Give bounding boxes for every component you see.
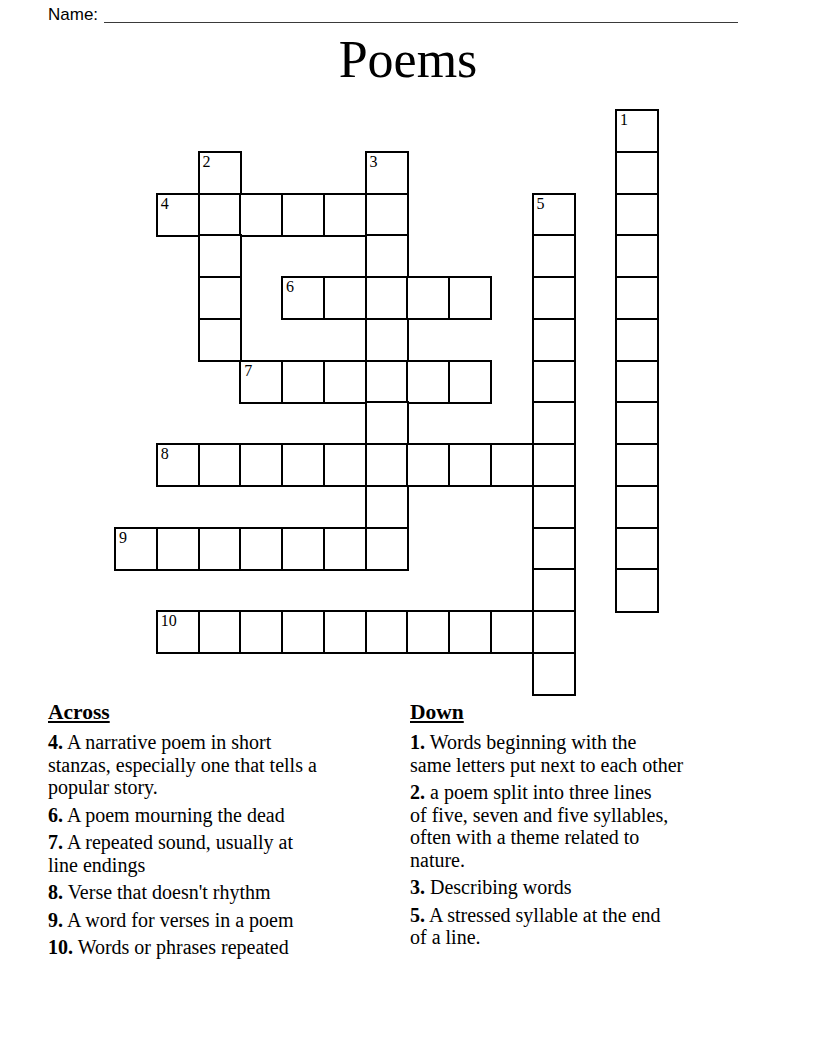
cell-number-2: 2 (203, 154, 211, 170)
clue-number: 1. (410, 731, 425, 753)
puzzle-title: Poems (0, 30, 816, 90)
cell-number-7: 7 (244, 363, 252, 379)
grid-cell-r12c10[interactable] (532, 610, 576, 654)
grid-cell-r1c12[interactable] (615, 151, 659, 195)
grid-cell-r6c8[interactable] (448, 360, 492, 404)
clue-number: 6. (48, 804, 63, 826)
clue-down-2: 2. a poem split into three lines of five… (410, 781, 772, 871)
grid-cell-r4c6[interactable] (365, 276, 409, 320)
cell-number-5: 5 (537, 196, 545, 212)
grid-cell-r9c10[interactable] (532, 485, 576, 529)
clue-across-10: 10. Words or phrases repeated (48, 936, 410, 959)
grid-cell-r8c7[interactable] (406, 443, 450, 487)
grid-cell-r13c10[interactable] (532, 652, 576, 696)
grid-cell-r6c7[interactable] (406, 360, 450, 404)
grid-cell-r12c3[interactable] (239, 610, 283, 654)
grid-cell-r12c8[interactable] (448, 610, 492, 654)
grid-cell-r12c2[interactable] (198, 610, 242, 654)
across-clues-section: Across 4. A narrative poem in short stan… (48, 700, 410, 964)
grid-cell-r2c6[interactable] (365, 193, 409, 237)
grid-cell-r2c4[interactable] (281, 193, 325, 237)
grid-cell-r8c3[interactable] (239, 443, 283, 487)
name-fill-line[interactable] (104, 8, 738, 23)
grid-cell-r8c9[interactable] (490, 443, 534, 487)
cell-number-4: 4 (161, 196, 169, 212)
grid-cell-r8c12[interactable] (615, 443, 659, 487)
grid-cell-r4c10[interactable] (532, 276, 576, 320)
grid-cell-r12c1[interactable]: 10 (156, 610, 200, 654)
clue-number: 2. (410, 781, 425, 803)
clue-down-3: 3. Describing words (410, 876, 772, 899)
grid-cell-r6c3[interactable]: 7 (239, 360, 283, 404)
grid-cell-r2c3[interactable] (239, 193, 283, 237)
down-clues-section: Down 1. Words beginning with the same le… (410, 700, 772, 954)
grid-cell-r3c10[interactable] (532, 234, 576, 278)
cell-number-6: 6 (286, 279, 294, 295)
grid-cell-r2c10[interactable]: 5 (532, 193, 576, 237)
grid-cell-r1c2[interactable]: 2 (198, 151, 242, 195)
grid-cell-r4c2[interactable] (198, 276, 242, 320)
grid-cell-r10c10[interactable] (532, 527, 576, 571)
down-heading: Down (410, 700, 772, 725)
grid-cell-r7c10[interactable] (532, 401, 576, 445)
grid-cell-r10c3[interactable] (239, 527, 283, 571)
cell-number-9: 9 (119, 530, 127, 546)
grid-cell-r2c5[interactable] (323, 193, 367, 237)
grid-cell-r6c6[interactable] (365, 360, 409, 404)
grid-cell-r8c1[interactable]: 8 (156, 443, 200, 487)
clue-number: 4. (48, 731, 63, 753)
grid-cell-r8c10[interactable] (532, 443, 576, 487)
grid-cell-r12c7[interactable] (406, 610, 450, 654)
grid-cell-r10c6[interactable] (365, 527, 409, 571)
across-heading: Across (48, 700, 410, 725)
grid-cell-r8c6[interactable] (365, 443, 409, 487)
grid-cell-r10c0[interactable]: 9 (114, 527, 158, 571)
grid-cell-r5c2[interactable] (198, 318, 242, 362)
grid-cell-r2c1[interactable]: 4 (156, 193, 200, 237)
grid-cell-r10c4[interactable] (281, 527, 325, 571)
cell-number-3: 3 (370, 154, 378, 170)
grid-cell-r12c9[interactable] (490, 610, 534, 654)
grid-cell-r4c5[interactable] (323, 276, 367, 320)
name-header: Name: (48, 5, 738, 25)
grid-cell-r11c12[interactable] (615, 568, 659, 612)
grid-cell-r5c6[interactable] (365, 318, 409, 362)
grid-cell-r5c10[interactable] (532, 318, 576, 362)
grid-cell-r2c12[interactable] (615, 193, 659, 237)
crossword-grid: 12345678910 (114, 109, 660, 697)
grid-cell-r9c6[interactable] (365, 485, 409, 529)
clue-number: 10. (48, 936, 73, 958)
cell-number-8: 8 (161, 446, 169, 462)
down-clue-list: 1. Words beginning with the same letters… (410, 731, 772, 949)
grid-cell-r3c6[interactable] (365, 234, 409, 278)
grid-cell-r8c8[interactable] (448, 443, 492, 487)
clue-down-5: 5. A stressed syllable at the end of a l… (410, 904, 772, 949)
grid-cell-r8c4[interactable] (281, 443, 325, 487)
clue-number: 3. (410, 876, 425, 898)
grid-cell-r3c12[interactable] (615, 234, 659, 278)
clue-across-6: 6. A poem mourning the dead (48, 804, 410, 827)
across-clue-list: 4. A narrative poem in short stanzas, es… (48, 731, 410, 959)
grid-cell-r8c5[interactable] (323, 443, 367, 487)
grid-cell-r10c12[interactable] (615, 527, 659, 571)
grid-cell-r4c4[interactable]: 6 (281, 276, 325, 320)
grid-cell-r8c2[interactable] (198, 443, 242, 487)
clue-number: 5. (410, 904, 425, 926)
grid-cell-r10c5[interactable] (323, 527, 367, 571)
grid-cell-r12c6[interactable] (365, 610, 409, 654)
grid-cell-r10c2[interactable] (198, 527, 242, 571)
grid-cell-r6c5[interactable] (323, 360, 367, 404)
grid-cell-r9c12[interactable] (615, 485, 659, 529)
clue-number: 9. (48, 909, 63, 931)
clue-across-8: 8. Verse that doesn't rhythm (48, 881, 410, 904)
grid-cell-r7c6[interactable] (365, 401, 409, 445)
grid-cell-r11c10[interactable] (532, 568, 576, 612)
clue-number: 7. (48, 831, 63, 853)
cell-number-10: 10 (161, 613, 177, 629)
clue-across-7: 7. A repeated sound, usually at line end… (48, 831, 410, 876)
grid-cell-r7c12[interactable] (615, 401, 659, 445)
clue-across-9: 9. A word for verses in a poem (48, 909, 410, 932)
grid-cell-r6c10[interactable] (532, 360, 576, 404)
grid-cell-r4c7[interactable] (406, 276, 450, 320)
clue-number: 8. (48, 881, 63, 903)
grid-cell-r4c8[interactable] (448, 276, 492, 320)
grid-cell-r6c4[interactable] (281, 360, 325, 404)
grid-cell-r3c2[interactable] (198, 234, 242, 278)
grid-cell-r5c12[interactable] (615, 318, 659, 362)
grid-cell-r10c1[interactable] (156, 527, 200, 571)
grid-cell-r6c12[interactable] (615, 360, 659, 404)
name-label: Name: (48, 5, 98, 25)
grid-cell-r1c6[interactable]: 3 (365, 151, 409, 195)
grid-cell-r0c12[interactable]: 1 (615, 109, 659, 153)
clue-across-4: 4. A narrative poem in short stanzas, es… (48, 731, 410, 799)
clue-down-1: 1. Words beginning with the same letters… (410, 731, 772, 776)
grid-cell-r2c2[interactable] (198, 193, 242, 237)
grid-cell-r12c4[interactable] (281, 610, 325, 654)
grid-cell-r4c12[interactable] (615, 276, 659, 320)
worksheet-page: Name: Poems 12345678910 Across 4. A narr… (0, 0, 816, 1056)
grid-cell-r12c5[interactable] (323, 610, 367, 654)
cell-number-1: 1 (620, 112, 628, 128)
